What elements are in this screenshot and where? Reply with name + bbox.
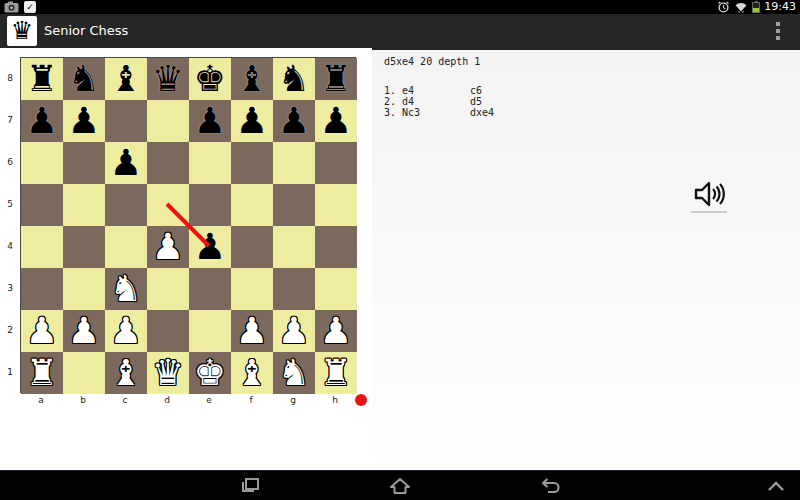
screen: ✓ 19:43 ♛ Senior Chess 87 [0, 0, 800, 500]
square-f8[interactable]: ♝ [231, 58, 273, 100]
camera-icon [4, 1, 19, 13]
app-logo-queen-icon: ♛ [7, 16, 37, 46]
square-e2[interactable] [189, 310, 231, 352]
home-icon [389, 477, 411, 495]
square-f1[interactable]: ♝ [231, 352, 273, 394]
white-bishop: ♝ [105, 352, 147, 394]
square-e7[interactable]: ♟ [189, 100, 231, 142]
rank-label-2: 2 [4, 309, 16, 351]
square-g4[interactable] [273, 226, 315, 268]
square-d7[interactable] [147, 100, 189, 142]
file-label-d: d [146, 395, 188, 409]
move-row: 2. d4d5 [384, 96, 494, 107]
white-move: 2. d4 [384, 96, 470, 107]
square-d6[interactable] [147, 142, 189, 184]
square-h6[interactable] [315, 142, 357, 184]
square-g7[interactable]: ♟ [273, 100, 315, 142]
square-c6[interactable]: ♟ [105, 142, 147, 184]
black-bishop: ♝ [231, 58, 273, 100]
square-h7[interactable]: ♟ [315, 100, 357, 142]
black-rook: ♜ [315, 58, 357, 100]
square-f6[interactable] [231, 142, 273, 184]
square-d3[interactable] [147, 268, 189, 310]
white-move: 3. Nc3 [384, 107, 470, 118]
file-label-a: a [20, 395, 62, 409]
alarm-icon [717, 1, 730, 13]
file-label-g: g [272, 395, 314, 409]
clock-text: 19:43 [764, 0, 796, 14]
battery-icon [752, 2, 760, 13]
white-king: ♚ [189, 352, 231, 394]
white-pawn: ♟ [315, 310, 357, 352]
engine-panel: d5xe4 20 depth 1 1. e4c62. d4d53. Nc3dxe… [372, 48, 800, 470]
sound-toggle-button[interactable] [691, 177, 727, 213]
task-check-icon: ✓ [24, 1, 36, 13]
notification-icons: ✓ [4, 1, 36, 13]
content-area: 87654321 abcdefgh ♜♞♝♛♚♝♞♜♟♟♟♟♟♟♟♟♟♞♟♟♟♟… [0, 48, 800, 470]
square-e3[interactable] [189, 268, 231, 310]
file-label-b: b [62, 395, 104, 409]
square-d4[interactable]: ♟ [147, 226, 189, 268]
menu-chevron-button[interactable] [752, 471, 800, 500]
square-g1[interactable]: ♞ [273, 352, 315, 394]
black-move: c6 [470, 85, 482, 96]
rank-label-4: 4 [4, 225, 16, 267]
file-label-e: e [188, 395, 230, 409]
white-queen: ♛ [147, 352, 189, 394]
recents-button[interactable] [226, 471, 274, 500]
square-c2[interactable]: ♟ [105, 310, 147, 352]
square-g5[interactable] [273, 184, 315, 226]
square-b5[interactable] [63, 184, 105, 226]
file-label-h: h [314, 395, 356, 409]
square-b8[interactable]: ♞ [63, 58, 105, 100]
white-move: 1. e4 [384, 85, 470, 96]
black-pawn: ♟ [105, 142, 147, 184]
black-knight: ♞ [273, 58, 315, 100]
black-pawn: ♟ [189, 226, 231, 268]
black-move: d5 [470, 96, 482, 107]
file-label-c: c [104, 395, 146, 409]
recents-icon [240, 477, 260, 495]
white-pawn: ♟ [21, 310, 63, 352]
white-pawn: ♟ [105, 310, 147, 352]
rank-label-7: 7 [4, 99, 16, 141]
square-b3[interactable] [63, 268, 105, 310]
square-h5[interactable] [315, 184, 357, 226]
black-pawn: ♟ [315, 100, 357, 142]
black-knight: ♞ [63, 58, 105, 100]
android-status-bar: ✓ 19:43 [0, 0, 800, 14]
move-list: 1. e4c62. d4d53. Nc3dxe4 [384, 85, 494, 118]
black-pawn: ♟ [189, 100, 231, 142]
overflow-menu-icon[interactable] [772, 14, 784, 48]
white-pawn: ♟ [63, 310, 105, 352]
queen-glyph: ♛ [11, 16, 33, 45]
square-f7[interactable]: ♟ [231, 100, 273, 142]
square-d2[interactable] [147, 310, 189, 352]
square-a6[interactable] [21, 142, 63, 184]
engine-thinking-dot [355, 394, 367, 406]
board-panel: 87654321 abcdefgh ♜♞♝♛♚♝♞♜♟♟♟♟♟♟♟♟♟♞♟♟♟♟… [0, 48, 372, 470]
square-h1[interactable]: ♜ [315, 352, 357, 394]
move-row: 1. e4c6 [384, 85, 494, 96]
square-c5[interactable] [105, 184, 147, 226]
square-c1[interactable]: ♝ [105, 352, 147, 394]
black-king: ♚ [189, 58, 231, 100]
wifi-icon [734, 1, 748, 13]
app-bar: ♛ Senior Chess [0, 14, 800, 48]
square-g2[interactable]: ♟ [273, 310, 315, 352]
square-b1[interactable] [63, 352, 105, 394]
square-a4[interactable] [21, 226, 63, 268]
black-queen: ♛ [147, 58, 189, 100]
square-b2[interactable]: ♟ [63, 310, 105, 352]
rank-label-6: 6 [4, 141, 16, 183]
square-h8[interactable]: ♜ [315, 58, 357, 100]
square-c4[interactable] [105, 226, 147, 268]
engine-status-line: d5xe4 20 depth 1 [384, 56, 480, 67]
square-b4[interactable] [63, 226, 105, 268]
square-e4[interactable]: ♟ [189, 226, 231, 268]
white-knight: ♞ [273, 352, 315, 394]
square-f3[interactable] [231, 268, 273, 310]
chess-board[interactable]: ♜♞♝♛♚♝♞♜♟♟♟♟♟♟♟♟♟♞♟♟♟♟♟♟♜♝♛♚♝♞♜ [20, 57, 356, 393]
square-g6[interactable] [273, 142, 315, 184]
square-g3[interactable] [273, 268, 315, 310]
square-c8[interactable]: ♝ [105, 58, 147, 100]
rank-label-3: 3 [4, 267, 16, 309]
home-button[interactable] [376, 471, 424, 500]
square-f4[interactable] [231, 226, 273, 268]
square-c7[interactable] [105, 100, 147, 142]
black-pawn: ♟ [63, 100, 105, 142]
square-d1[interactable]: ♛ [147, 352, 189, 394]
square-b6[interactable] [63, 142, 105, 184]
square-e5[interactable] [189, 184, 231, 226]
square-c3[interactable]: ♞ [105, 268, 147, 310]
square-f2[interactable]: ♟ [231, 310, 273, 352]
square-d8[interactable]: ♛ [147, 58, 189, 100]
rank-label-8: 8 [4, 57, 16, 99]
system-status-icons: 19:43 [717, 0, 796, 14]
square-g8[interactable]: ♞ [273, 58, 315, 100]
square-e6[interactable] [189, 142, 231, 184]
square-a5[interactable] [21, 184, 63, 226]
square-b7[interactable]: ♟ [63, 100, 105, 142]
square-h4[interactable] [315, 226, 357, 268]
rank-label-1: 1 [4, 351, 16, 393]
white-rook: ♜ [315, 352, 357, 394]
square-a1[interactable]: ♜ [21, 352, 63, 394]
white-rook: ♜ [21, 352, 63, 394]
black-rook: ♜ [21, 58, 63, 100]
white-pawn: ♟ [147, 226, 189, 268]
white-pawn: ♟ [231, 310, 273, 352]
square-a3[interactable] [21, 268, 63, 310]
black-pawn: ♟ [231, 100, 273, 142]
square-e1[interactable]: ♚ [189, 352, 231, 394]
square-e8[interactable]: ♚ [189, 58, 231, 100]
white-bishop: ♝ [231, 352, 273, 394]
rank-label-5: 5 [4, 183, 16, 225]
white-knight: ♞ [105, 268, 147, 310]
file-label-f: f [230, 395, 272, 409]
square-h3[interactable] [315, 268, 357, 310]
app-title: Senior Chess [44, 14, 128, 48]
move-row: 3. Nc3dxe4 [384, 107, 494, 118]
black-pawn: ♟ [273, 100, 315, 142]
black-pawn: ♟ [21, 100, 63, 142]
square-a2[interactable]: ♟ [21, 310, 63, 352]
square-d5[interactable] [147, 184, 189, 226]
square-f5[interactable] [231, 184, 273, 226]
back-icon [539, 477, 561, 495]
android-nav-bar [0, 470, 800, 500]
square-h2[interactable]: ♟ [315, 310, 357, 352]
square-a7[interactable]: ♟ [21, 100, 63, 142]
back-button[interactable] [526, 471, 574, 500]
speaker-icon [693, 179, 725, 209]
black-move: dxe4 [470, 107, 494, 118]
menu-chevron-icon [767, 480, 785, 492]
black-bishop: ♝ [105, 58, 147, 100]
square-a8[interactable]: ♜ [21, 58, 63, 100]
white-pawn: ♟ [273, 310, 315, 352]
